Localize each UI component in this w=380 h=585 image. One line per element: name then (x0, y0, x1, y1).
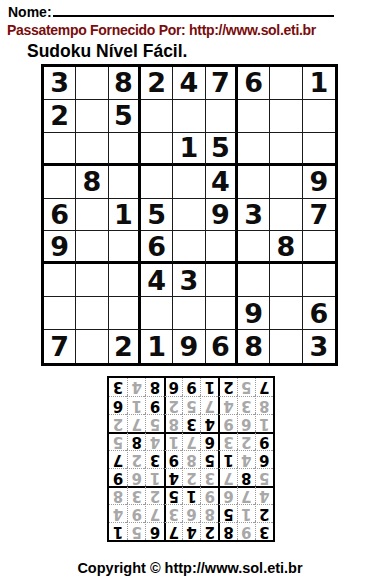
solution-cell: 4 (200, 414, 218, 432)
sudoku-cell[interactable] (206, 100, 238, 133)
solution-cell: 1 (182, 486, 200, 504)
solution-cell: 5 (164, 486, 182, 504)
solution-cell: 6 (109, 396, 127, 414)
sudoku-cell: 2 (109, 330, 141, 363)
sudoku-cell: 5 (109, 100, 141, 133)
sudoku-cell: 6 (303, 297, 335, 330)
solution-cell: 2 (145, 486, 163, 504)
sudoku-cell[interactable] (173, 199, 205, 232)
sudoku-cell: 1 (109, 199, 141, 232)
solution-cell: 3 (255, 522, 273, 540)
solution-cell: 5 (200, 450, 218, 468)
solution-cell: 2 (109, 414, 127, 432)
solution-cell: 7 (182, 432, 200, 450)
solution-cell: 3 (145, 450, 163, 468)
sudoku-cell[interactable] (44, 297, 76, 330)
solution-cell: 9 (127, 504, 145, 522)
solution-cell: 9 (200, 486, 218, 504)
sudoku-cell: 7 (303, 199, 335, 232)
sudoku-cell[interactable] (76, 264, 108, 297)
solution-cell: 7 (145, 504, 163, 522)
sudoku-cell[interactable] (173, 100, 205, 133)
solution-cell: 1 (200, 378, 218, 396)
sudoku-cell: 6 (238, 67, 270, 100)
solution-cell: 1 (109, 522, 127, 540)
sudoku-cell[interactable] (303, 133, 335, 166)
sudoku-cell: 3 (303, 330, 335, 363)
sudoku-cell: 9 (303, 166, 335, 199)
sudoku-cell[interactable] (173, 231, 205, 264)
solution-cell: 5 (145, 414, 163, 432)
solution-cell: 4 (255, 486, 273, 504)
sudoku-cell: 2 (141, 67, 173, 100)
solution-cell: 2 (237, 432, 255, 450)
solution-cell: 8 (218, 522, 236, 540)
solution-cell: 1 (237, 504, 255, 522)
solution-cell: 4 (182, 522, 200, 540)
solution-cell: 7 (237, 486, 255, 504)
solution-cell: 9 (237, 522, 255, 540)
sudoku-cell[interactable] (270, 264, 302, 297)
sudoku-cell: 6 (44, 199, 76, 232)
provider-line: Passatempo Fornecido Por: http://www.sol… (7, 22, 316, 38)
solution-cell: 7 (218, 468, 236, 486)
sudoku-cell[interactable] (206, 231, 238, 264)
sudoku-cell[interactable] (141, 166, 173, 199)
sudoku-cell: 9 (238, 297, 270, 330)
name-underline[interactable] (53, 3, 334, 17)
solution-cell: 7 (109, 450, 127, 468)
solution-cell: 5 (237, 378, 255, 396)
sudoku-cell[interactable] (270, 166, 302, 199)
sudoku-cell[interactable] (76, 231, 108, 264)
solution-cell: 1 (127, 396, 145, 414)
solution-cell: 4 (127, 378, 145, 396)
sudoku-cell[interactable] (44, 166, 76, 199)
sudoku-cell: 5 (206, 133, 238, 166)
solution-cell: 3 (182, 414, 200, 432)
solution-cell: 9 (164, 450, 182, 468)
sudoku-cell[interactable] (109, 133, 141, 166)
sudoku-cell: 3 (44, 67, 76, 100)
sudoku-cell[interactable] (238, 166, 270, 199)
sudoku-cell[interactable] (173, 297, 205, 330)
solution-cell: 9 (145, 396, 163, 414)
solution-cell: 3 (237, 396, 255, 414)
sudoku-cell[interactable] (270, 330, 302, 363)
solution-cell: 5 (182, 396, 200, 414)
solution-cell: 6 (127, 468, 145, 486)
sudoku-cell: 9 (173, 330, 205, 363)
solution-cell: 3 (164, 504, 182, 522)
sudoku-cell[interactable] (238, 133, 270, 166)
sudoku-cell[interactable] (238, 264, 270, 297)
solution-cell: 5 (127, 522, 145, 540)
solution-cell: 9 (109, 468, 127, 486)
sudoku-cell[interactable] (76, 67, 108, 100)
solution-cell: 9 (255, 432, 273, 450)
solution-cell: 7 (200, 396, 218, 414)
solution-cell: 3 (127, 486, 145, 504)
solution-cell: 5 (218, 504, 236, 522)
solution-cell: 7 (164, 522, 182, 540)
solution-cell: 6 (200, 432, 218, 450)
solution-cell: 3 (200, 468, 218, 486)
sudoku-cell[interactable] (270, 297, 302, 330)
solution-cell: 3 (109, 378, 127, 396)
sudoku-cell[interactable] (238, 231, 270, 264)
solution-cell: 6 (164, 378, 182, 396)
sudoku-cell: 1 (303, 67, 335, 100)
solution-cell: 6 (145, 522, 163, 540)
solution-cell: 2 (255, 504, 273, 522)
solution-cell: 1 (164, 432, 182, 450)
sudoku-board: 3824761251584961593796843967219683 (41, 64, 338, 366)
solution-cell: 2 (127, 450, 145, 468)
sudoku-cell[interactable] (270, 100, 302, 133)
solution-cell: 8 (200, 504, 218, 522)
sudoku-cell[interactable] (270, 199, 302, 232)
sudoku-cell[interactable] (270, 67, 302, 100)
sudoku-cell: 4 (173, 67, 205, 100)
sudoku-cell[interactable] (303, 100, 335, 133)
sudoku-cell: 4 (141, 264, 173, 297)
sudoku-cell[interactable] (109, 264, 141, 297)
sudoku-cell: 8 (238, 330, 270, 363)
solution-cell: 8 (237, 468, 255, 486)
solution-cell: 8 (127, 432, 145, 450)
sudoku-cell: 9 (206, 199, 238, 232)
sudoku-cell[interactable] (76, 133, 108, 166)
sudoku-cell: 9 (44, 231, 76, 264)
solution-board: 3982476512158637944769152385873241696415… (107, 376, 275, 542)
solution-cell: 8 (255, 396, 273, 414)
sudoku-cell: 4 (206, 166, 238, 199)
sudoku-cell: 5 (141, 199, 173, 232)
solution-cell: 6 (237, 414, 255, 432)
solution-cell: 4 (164, 468, 182, 486)
sudoku-cell: 6 (206, 330, 238, 363)
solution-cell: 8 (145, 378, 163, 396)
solution-cell: 5 (109, 432, 127, 450)
solution-cell: 2 (200, 522, 218, 540)
sudoku-cell[interactable] (44, 264, 76, 297)
solution-cell: 9 (218, 414, 236, 432)
sudoku-cell[interactable] (270, 133, 302, 166)
solution-cell: 7 (127, 414, 145, 432)
solution-cell: 3 (218, 432, 236, 450)
sudoku-cell[interactable] (238, 100, 270, 133)
sudoku-cell[interactable] (303, 264, 335, 297)
sudoku-cell: 6 (141, 231, 173, 264)
sudoku-cell[interactable] (44, 133, 76, 166)
page-title: Sudoku Nível Fácil. (27, 41, 187, 62)
solution-cell: 6 (218, 486, 236, 504)
sudoku-cell[interactable] (173, 166, 205, 199)
name-row: Nome: (8, 3, 334, 20)
name-label: Nome: (8, 4, 52, 20)
sudoku-cell: 8 (76, 166, 108, 199)
sudoku-cell[interactable] (109, 166, 141, 199)
sudoku-cell[interactable] (141, 133, 173, 166)
sudoku-cell[interactable] (109, 297, 141, 330)
sudoku-cell: 1 (141, 330, 173, 363)
sudoku-cell[interactable] (76, 297, 108, 330)
solution-cell: 9 (182, 378, 200, 396)
sudoku-cell[interactable] (206, 297, 238, 330)
sudoku-cell[interactable] (141, 100, 173, 133)
solution-cell: 4 (218, 396, 236, 414)
solution-cell: 8 (164, 414, 182, 432)
solution-cell: 7 (255, 378, 273, 396)
sudoku-cell: 3 (173, 264, 205, 297)
sudoku-cell: 8 (270, 231, 302, 264)
solution-cell: 8 (182, 450, 200, 468)
solution-cell: 4 (237, 450, 255, 468)
solution-cell: 2 (218, 378, 236, 396)
sudoku-cell: 2 (44, 100, 76, 133)
solution-cell: 1 (218, 450, 236, 468)
sudoku-cell: 1 (173, 133, 205, 166)
solution-cell: 2 (182, 468, 200, 486)
solution-cell: 1 (145, 468, 163, 486)
sudoku-page: Nome: Passatempo Fornecido Por: http://w… (0, 0, 380, 585)
solution-cell: 8 (109, 486, 127, 504)
solution-cell: 6 (182, 504, 200, 522)
sudoku-cell[interactable] (76, 330, 108, 363)
sudoku-cell[interactable] (303, 231, 335, 264)
solution-cell: 4 (109, 504, 127, 522)
solution-cell: 6 (255, 450, 273, 468)
sudoku-cell: 7 (44, 330, 76, 363)
sudoku-cell: 8 (109, 67, 141, 100)
sudoku-cell[interactable] (109, 231, 141, 264)
solution-cell: 4 (145, 432, 163, 450)
copyright-text: Copyright © http://www.sol.eti.br (0, 560, 380, 576)
sudoku-cell[interactable] (76, 199, 108, 232)
sudoku-cell[interactable] (206, 264, 238, 297)
solution-cell: 5 (255, 468, 273, 486)
sudoku-cell[interactable] (76, 100, 108, 133)
sudoku-cell: 3 (238, 199, 270, 232)
solution-cell: 2 (164, 396, 182, 414)
sudoku-cell: 7 (206, 67, 238, 100)
sudoku-cell[interactable] (141, 297, 173, 330)
solution-cell: 1 (255, 414, 273, 432)
